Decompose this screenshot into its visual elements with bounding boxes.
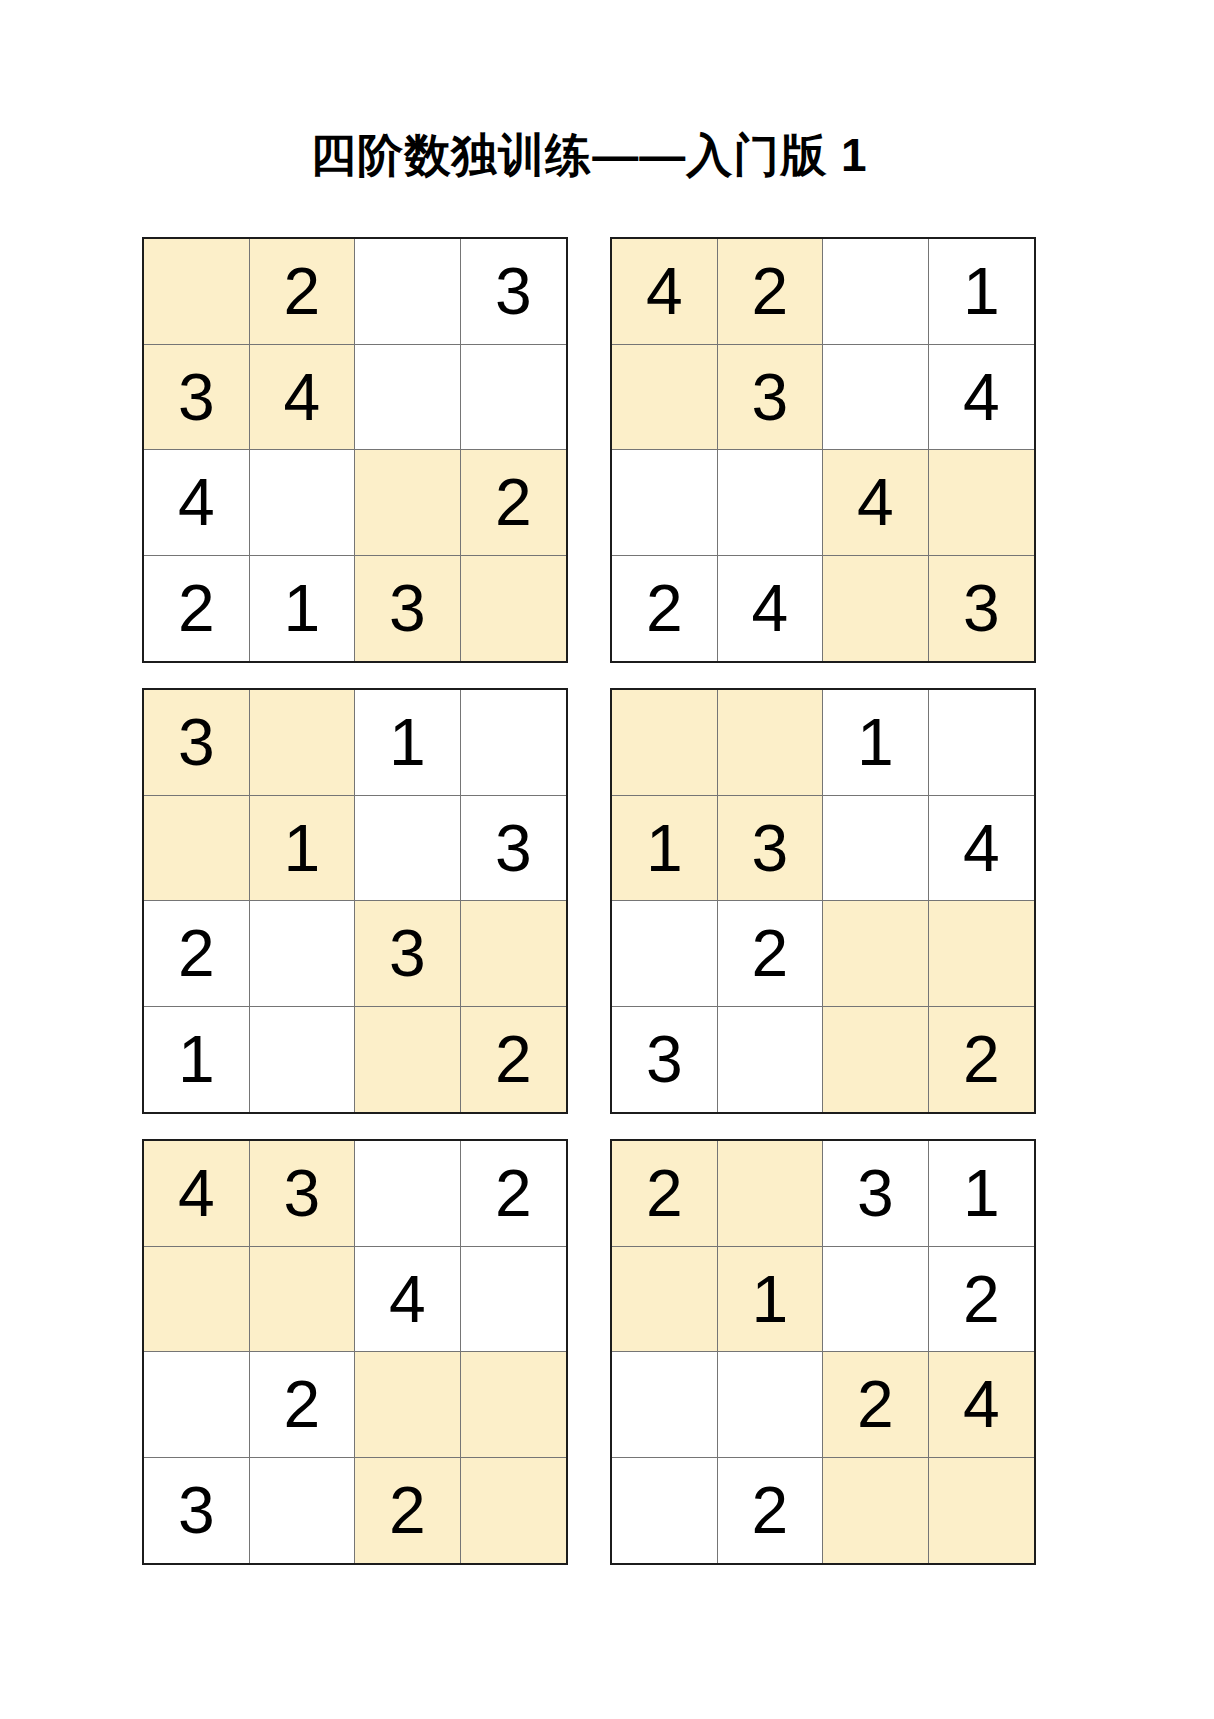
sudoku-cell: 2 [612, 1141, 718, 1247]
sudoku-cell: 1 [250, 556, 356, 662]
sudoku-cell [823, 1458, 929, 1564]
sudoku-cell [355, 1007, 461, 1113]
puzzle-1: 233442213 [142, 237, 568, 663]
puzzle-5: 4324232 [142, 1139, 568, 1565]
sudoku-cell: 3 [144, 345, 250, 451]
sudoku-cell [461, 690, 567, 796]
sudoku-cell: 2 [250, 1352, 356, 1458]
sudoku-cell [612, 1247, 718, 1353]
sudoku-cell [250, 1458, 356, 1564]
sudoku-cell [461, 901, 567, 1007]
sudoku-cell: 1 [929, 239, 1035, 345]
sudoku-cell [461, 1247, 567, 1353]
sudoku-cell [612, 450, 718, 556]
puzzle-6: 23112242 [610, 1139, 1036, 1565]
sudoku-cell: 4 [929, 796, 1035, 902]
sudoku-cell: 4 [250, 345, 356, 451]
sudoku-cell: 3 [461, 796, 567, 902]
sudoku-cell [612, 345, 718, 451]
sudoku-cell: 1 [929, 1141, 1035, 1247]
sudoku-cell: 1 [250, 796, 356, 902]
sudoku-cell: 3 [355, 901, 461, 1007]
puzzle-2: 421344243 [610, 237, 1036, 663]
sudoku-cell: 2 [718, 239, 824, 345]
sudoku-cell [355, 796, 461, 902]
sudoku-cell: 1 [718, 1247, 824, 1353]
sudoku-cell: 3 [718, 796, 824, 902]
sudoku-cell [929, 901, 1035, 1007]
sudoku-cell [144, 1247, 250, 1353]
sudoku-cell [823, 1247, 929, 1353]
sudoku-cell [250, 1007, 356, 1113]
sudoku-cell [612, 1458, 718, 1564]
sudoku-cell [461, 556, 567, 662]
sudoku-cell [718, 1141, 824, 1247]
sudoku-cell [612, 690, 718, 796]
sudoku-cell: 4 [929, 1352, 1035, 1458]
sudoku-cell: 2 [355, 1458, 461, 1564]
sudoku-cell [823, 239, 929, 345]
sudoku-cell: 3 [355, 556, 461, 662]
worksheet-page: 四阶数独训练——入门版 1 233442213 421344243 311323… [0, 0, 1214, 1719]
sudoku-cell [250, 450, 356, 556]
sudoku-cell: 2 [718, 1458, 824, 1564]
page-title: 四阶数独训练——入门版 1 [142, 128, 1036, 183]
sudoku-cell [355, 239, 461, 345]
sudoku-cell: 2 [461, 1007, 567, 1113]
sudoku-cell [929, 690, 1035, 796]
sudoku-cell [144, 239, 250, 345]
sudoku-cell [823, 796, 929, 902]
sudoku-cell: 2 [929, 1247, 1035, 1353]
sudoku-cell: 3 [929, 556, 1035, 662]
sudoku-cell [355, 1141, 461, 1247]
sudoku-cell [823, 556, 929, 662]
sudoku-cell: 4 [355, 1247, 461, 1353]
sudoku-cell [823, 901, 929, 1007]
sudoku-cell [718, 1352, 824, 1458]
sudoku-cell [461, 1352, 567, 1458]
sudoku-cell: 4 [144, 1141, 250, 1247]
sudoku-cell [718, 690, 824, 796]
sudoku-cell: 1 [355, 690, 461, 796]
puzzle-3: 31132312 [142, 688, 568, 1114]
sudoku-cell: 2 [929, 1007, 1035, 1113]
sudoku-cell [355, 450, 461, 556]
sudoku-cell [461, 345, 567, 451]
sudoku-cell [929, 450, 1035, 556]
sudoku-cell: 2 [144, 901, 250, 1007]
sudoku-cell: 2 [461, 450, 567, 556]
sudoku-cell [144, 1352, 250, 1458]
sudoku-cell: 3 [250, 1141, 356, 1247]
sudoku-cell [718, 1007, 824, 1113]
sudoku-cell [612, 901, 718, 1007]
sudoku-cell [461, 1458, 567, 1564]
sudoku-cell: 2 [823, 1352, 929, 1458]
sudoku-cell: 2 [612, 556, 718, 662]
sudoku-cell: 4 [929, 345, 1035, 451]
puzzle-4: 1134232 [610, 688, 1036, 1114]
sudoku-cell: 1 [144, 1007, 250, 1113]
sudoku-cell [144, 796, 250, 902]
sudoku-cell: 1 [823, 690, 929, 796]
sudoku-cell [250, 901, 356, 1007]
sudoku-cell [823, 1007, 929, 1113]
sudoku-cell [823, 345, 929, 451]
sudoku-cell: 3 [823, 1141, 929, 1247]
sudoku-cell [929, 1458, 1035, 1564]
sudoku-cell: 3 [718, 345, 824, 451]
sudoku-cell [355, 345, 461, 451]
sudoku-cell: 3 [612, 1007, 718, 1113]
sudoku-cell: 2 [144, 556, 250, 662]
sudoku-cell: 4 [823, 450, 929, 556]
sudoku-cell [250, 690, 356, 796]
sudoku-cell: 2 [718, 901, 824, 1007]
sudoku-cell: 3 [144, 690, 250, 796]
sudoku-cell: 2 [461, 1141, 567, 1247]
sudoku-cell: 3 [144, 1458, 250, 1564]
sudoku-cell [612, 1352, 718, 1458]
sudoku-cell [355, 1352, 461, 1458]
sudoku-cell [718, 450, 824, 556]
sudoku-cell: 4 [718, 556, 824, 662]
sudoku-cell [250, 1247, 356, 1353]
sudoku-cell: 1 [612, 796, 718, 902]
sudoku-cell: 3 [461, 239, 567, 345]
puzzle-grid-container: 233442213 421344243 31132312 1134232 432… [142, 237, 1036, 1565]
sudoku-cell: 4 [612, 239, 718, 345]
sudoku-cell: 4 [144, 450, 250, 556]
sudoku-cell: 2 [250, 239, 356, 345]
